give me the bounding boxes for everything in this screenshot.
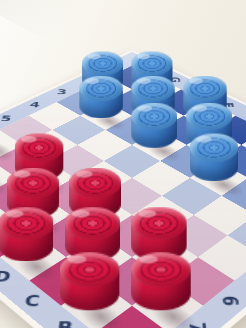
checker-cylinder: [0, 133, 5, 181]
coord-label-bottom-D: D: [0, 269, 12, 283]
checker-top-rings: [69, 168, 121, 198]
checker-top-rings: [82, 51, 123, 75]
checker-cylinder: [0, 207, 54, 261]
checker-top-rings: [190, 133, 239, 161]
checker-top-rings: [0, 207, 54, 239]
coord-label-bottom-B: B: [57, 320, 74, 328]
checker-top-rings: [65, 207, 121, 239]
checker-top-rings: [131, 51, 172, 75]
checker-top-rings: [131, 76, 175, 101]
checkers-board: HH11GG22FF33EE44DD55CC66BB77AA88: [0, 52, 246, 328]
checker-top-rings: [186, 103, 232, 130]
checker-top-rings: [131, 103, 177, 130]
checker-top-rings: [79, 76, 123, 101]
checker-top-rings: [131, 207, 187, 239]
checker-top-rings: [15, 133, 64, 161]
checker-top-rings: [131, 252, 191, 287]
checker-cylinder: [190, 133, 239, 181]
checker-cylinder: [79, 76, 123, 118]
coord-label-left-3: 3: [57, 88, 68, 95]
checker-cylinder: [60, 252, 120, 310]
coord-label-bottom-C: C: [24, 294, 41, 309]
coord-label-right-6: 6: [220, 296, 242, 306]
checker-top-rings: [60, 252, 120, 287]
checker-cylinder: [131, 103, 177, 148]
checkers-product-photo: HH11GG22FF33EE44DD55CC66BB77AA88: [0, 0, 246, 328]
checker-top-rings: [7, 168, 59, 198]
coord-label-left-4: 4: [30, 101, 42, 109]
square-C3: [190, 161, 246, 196]
checker-cylinder: [131, 252, 191, 310]
checker-top-rings: [183, 76, 227, 101]
